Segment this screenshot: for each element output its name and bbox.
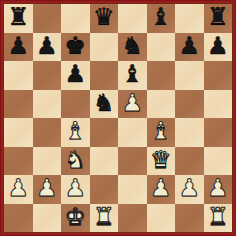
piece-white-bishop-c4[interactable]: ♝	[64, 119, 86, 143]
piece-white-rook-h1[interactable]: ♜	[207, 205, 229, 229]
piece-white-pawn-e5[interactable]: ♟	[121, 91, 143, 115]
square-c8[interactable]	[61, 4, 90, 33]
chess-board-frame: ♜♛♝♜♟♟♚♞♟♟♟♝♞♟♝♝♞♛♟♟♟♟♟♟♚♜♜	[0, 0, 236, 236]
piece-white-pawn-h2[interactable]: ♟	[207, 176, 229, 200]
square-b7[interactable]: ♟	[33, 33, 62, 62]
square-f6[interactable]	[147, 61, 176, 90]
piece-black-rook-a8[interactable]: ♜	[7, 5, 29, 29]
square-f8[interactable]: ♝	[147, 4, 176, 33]
square-e8[interactable]	[118, 4, 147, 33]
piece-black-king-c7[interactable]: ♚	[64, 34, 86, 58]
square-d3[interactable]	[90, 147, 119, 176]
square-e2[interactable]	[118, 175, 147, 204]
square-h7[interactable]: ♟	[204, 33, 233, 62]
piece-black-pawn-g7[interactable]: ♟	[178, 34, 200, 58]
square-e4[interactable]	[118, 118, 147, 147]
piece-white-pawn-f2[interactable]: ♟	[150, 176, 172, 200]
square-e3[interactable]	[118, 147, 147, 176]
square-c4[interactable]: ♝	[61, 118, 90, 147]
piece-black-pawn-h7[interactable]: ♟	[207, 34, 229, 58]
piece-black-pawn-a7[interactable]: ♟	[7, 34, 29, 58]
square-d6[interactable]	[90, 61, 119, 90]
square-g5[interactable]	[175, 90, 204, 119]
square-d7[interactable]	[90, 33, 119, 62]
square-e5[interactable]: ♟	[118, 90, 147, 119]
square-h2[interactable]: ♟	[204, 175, 233, 204]
square-a7[interactable]: ♟	[4, 33, 33, 62]
square-d2[interactable]	[90, 175, 119, 204]
piece-black-rook-h8[interactable]: ♜	[207, 5, 229, 29]
square-f7[interactable]	[147, 33, 176, 62]
piece-black-queen-d8[interactable]: ♛	[93, 5, 115, 29]
square-a4[interactable]	[4, 118, 33, 147]
square-d8[interactable]: ♛	[90, 4, 119, 33]
square-h5[interactable]	[204, 90, 233, 119]
piece-white-pawn-g2[interactable]: ♟	[178, 176, 200, 200]
piece-white-queen-f3[interactable]: ♛	[150, 148, 172, 172]
square-f5[interactable]	[147, 90, 176, 119]
square-d4[interactable]	[90, 118, 119, 147]
piece-white-bishop-f4[interactable]: ♝	[150, 119, 172, 143]
square-c1[interactable]: ♚	[61, 204, 90, 233]
square-h1[interactable]: ♜	[204, 204, 233, 233]
square-c2[interactable]: ♟	[61, 175, 90, 204]
square-h6[interactable]	[204, 61, 233, 90]
piece-black-knight-d5[interactable]: ♞	[93, 91, 115, 115]
piece-black-knight-e7[interactable]: ♞	[121, 34, 143, 58]
square-b8[interactable]	[33, 4, 62, 33]
piece-white-pawn-b2[interactable]: ♟	[36, 176, 58, 200]
square-b4[interactable]	[33, 118, 62, 147]
square-h8[interactable]: ♜	[204, 4, 233, 33]
piece-black-pawn-c6[interactable]: ♟	[64, 62, 86, 86]
square-e7[interactable]: ♞	[118, 33, 147, 62]
square-b2[interactable]: ♟	[33, 175, 62, 204]
square-a1[interactable]	[4, 204, 33, 233]
square-e6[interactable]: ♝	[118, 61, 147, 90]
square-f1[interactable]	[147, 204, 176, 233]
square-g6[interactable]	[175, 61, 204, 90]
square-c3[interactable]: ♞	[61, 147, 90, 176]
square-h4[interactable]	[204, 118, 233, 147]
chess-board: ♜♛♝♜♟♟♚♞♟♟♟♝♞♟♝♝♞♛♟♟♟♟♟♟♚♜♜	[4, 4, 232, 232]
square-a8[interactable]: ♜	[4, 4, 33, 33]
piece-black-pawn-b7[interactable]: ♟	[36, 34, 58, 58]
piece-black-bishop-e6[interactable]: ♝	[121, 62, 143, 86]
square-h3[interactable]	[204, 147, 233, 176]
piece-black-bishop-f8[interactable]: ♝	[150, 5, 172, 29]
square-b6[interactable]	[33, 61, 62, 90]
square-a3[interactable]	[4, 147, 33, 176]
square-c5[interactable]	[61, 90, 90, 119]
square-g7[interactable]: ♟	[175, 33, 204, 62]
square-a5[interactable]	[4, 90, 33, 119]
square-f2[interactable]: ♟	[147, 175, 176, 204]
square-g2[interactable]: ♟	[175, 175, 204, 204]
square-b1[interactable]	[33, 204, 62, 233]
square-b5[interactable]	[33, 90, 62, 119]
piece-white-pawn-c2[interactable]: ♟	[64, 176, 86, 200]
square-c7[interactable]: ♚	[61, 33, 90, 62]
square-d5[interactable]: ♞	[90, 90, 119, 119]
square-g8[interactable]	[175, 4, 204, 33]
square-f4[interactable]: ♝	[147, 118, 176, 147]
square-g3[interactable]	[175, 147, 204, 176]
piece-white-king-c1[interactable]: ♚	[64, 205, 86, 229]
square-c6[interactable]: ♟	[61, 61, 90, 90]
piece-white-pawn-a2[interactable]: ♟	[7, 176, 29, 200]
square-g1[interactable]	[175, 204, 204, 233]
square-a2[interactable]: ♟	[4, 175, 33, 204]
piece-white-rook-d1[interactable]: ♜	[93, 205, 115, 229]
square-b3[interactable]	[33, 147, 62, 176]
piece-white-knight-c3[interactable]: ♞	[64, 148, 86, 172]
square-d1[interactable]: ♜	[90, 204, 119, 233]
square-g4[interactable]	[175, 118, 204, 147]
square-e1[interactable]	[118, 204, 147, 233]
square-f3[interactable]: ♛	[147, 147, 176, 176]
square-a6[interactable]	[4, 61, 33, 90]
